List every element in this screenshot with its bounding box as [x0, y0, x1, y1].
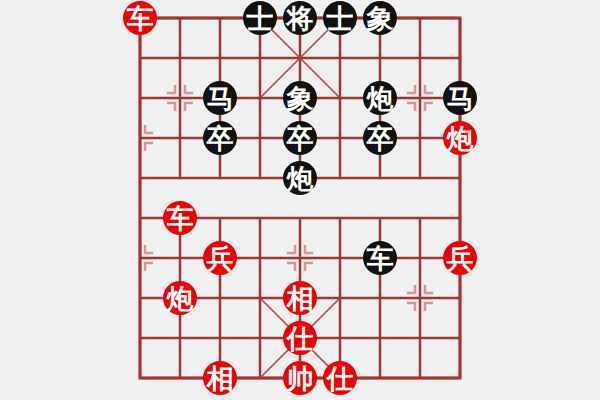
piece-black-elephant[interactable]: 象 — [283, 81, 317, 115]
piece-red-chariot[interactable]: 车 — [123, 1, 157, 35]
piece-red-elephant[interactable]: 相 — [283, 281, 317, 315]
piece-red-general[interactable]: 帅 — [283, 361, 317, 395]
board-grid[interactable]: 车士将士象马象炮马卒卒卒炮炮车兵车兵炮相仕相帅仕 — [120, 0, 480, 398]
piece-black-soldier[interactable]: 卒 — [203, 121, 237, 155]
piece-black-elephant[interactable]: 象 — [363, 1, 397, 35]
piece-red-chariot[interactable]: 车 — [163, 201, 197, 235]
piece-black-horse[interactable]: 马 — [443, 81, 477, 115]
piece-red-soldier[interactable]: 兵 — [203, 241, 237, 275]
piece-black-advisor[interactable]: 士 — [243, 1, 277, 35]
piece-red-cannon[interactable]: 炮 — [443, 121, 477, 155]
piece-red-soldier[interactable]: 兵 — [443, 241, 477, 275]
piece-red-elephant[interactable]: 相 — [203, 361, 237, 395]
piece-black-advisor[interactable]: 士 — [323, 1, 357, 35]
piece-black-cannon[interactable]: 炮 — [283, 161, 317, 195]
piece-red-advisor[interactable]: 仕 — [283, 321, 317, 355]
piece-black-cannon[interactable]: 炮 — [363, 81, 397, 115]
piece-black-chariot[interactable]: 车 — [363, 241, 397, 275]
piece-red-advisor[interactable]: 仕 — [323, 361, 357, 395]
piece-red-cannon[interactable]: 炮 — [163, 281, 197, 315]
piece-black-soldier[interactable]: 卒 — [283, 121, 317, 155]
piece-black-general[interactable]: 将 — [283, 1, 317, 35]
xiangqi-board: 车士将士象马象炮马卒卒卒炮炮车兵车兵炮相仕相帅仕 — [0, 0, 600, 400]
piece-black-soldier[interactable]: 卒 — [363, 121, 397, 155]
piece-black-horse[interactable]: 马 — [203, 81, 237, 115]
